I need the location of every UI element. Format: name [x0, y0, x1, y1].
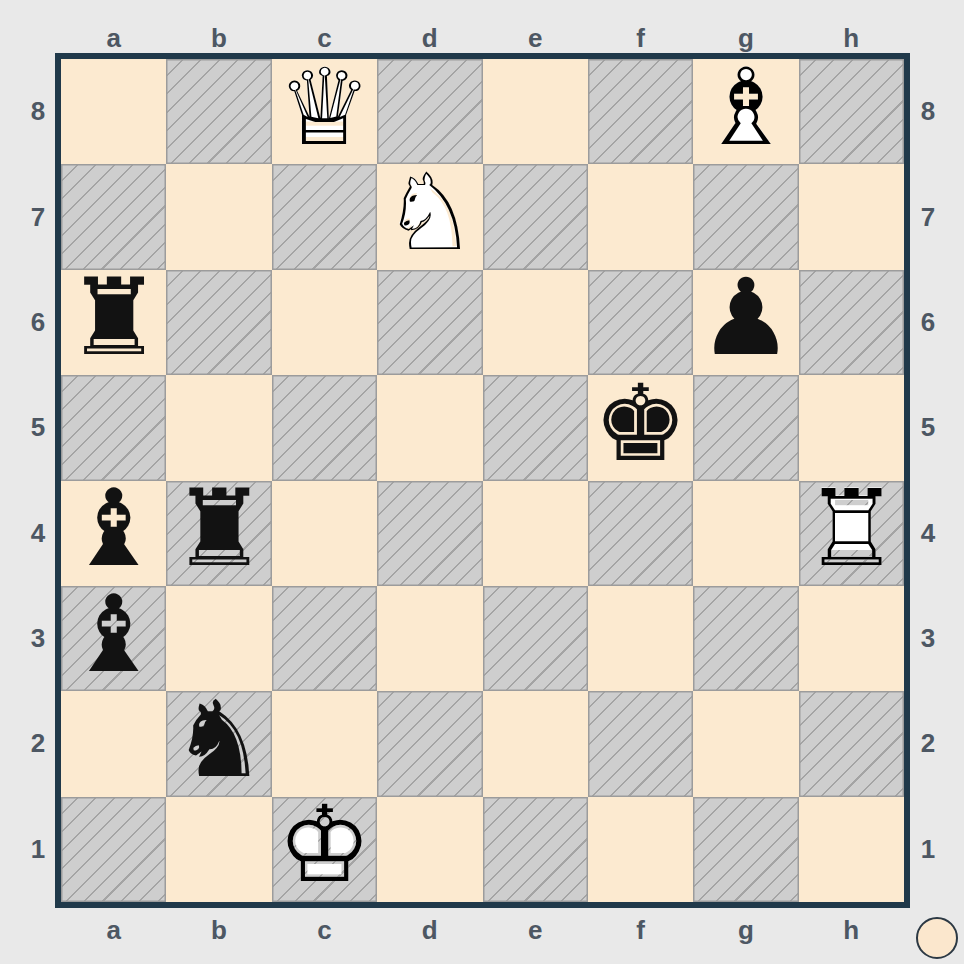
square-g6[interactable]: ♟ [693, 270, 798, 375]
square-f2[interactable] [588, 691, 693, 796]
square-f7[interactable] [588, 164, 693, 269]
square-c2[interactable] [272, 691, 377, 796]
square-g2[interactable] [693, 691, 798, 796]
square-g5[interactable] [693, 375, 798, 480]
square-h4[interactable]: ♜♖ [799, 481, 904, 586]
file-label-top-e: e [483, 21, 588, 55]
square-g8[interactable]: ♝♗ [693, 59, 798, 164]
black-pawn[interactable]: ♟ [693, 270, 798, 375]
white-knight[interactable]: ♞♘ [377, 164, 482, 269]
white-queen-icon: ♕ [277, 54, 372, 160]
white-king[interactable]: ♚♔ [272, 797, 377, 902]
square-c1[interactable]: ♚♔ [272, 797, 377, 902]
square-c4[interactable] [272, 481, 377, 586]
rank-labels-right: 87654321 [910, 59, 946, 902]
black-bishop-icon: ♝ [66, 581, 161, 687]
file-label-top-f: f [588, 21, 693, 55]
square-f1[interactable] [588, 797, 693, 902]
rank-label-right-1: 1 [910, 797, 946, 902]
square-a8[interactable] [61, 59, 166, 164]
square-h3[interactable] [799, 586, 904, 691]
file-label-top-h: h [799, 21, 904, 55]
square-d2[interactable] [377, 691, 482, 796]
square-d5[interactable] [377, 375, 482, 480]
file-label-bottom-e: e [483, 913, 588, 947]
rank-label-left-4: 4 [20, 481, 56, 586]
black-bishop[interactable]: ♝ [61, 586, 166, 691]
square-h1[interactable] [799, 797, 904, 902]
rank-label-right-4: 4 [910, 481, 946, 586]
chess-diagram: abcdefgh 87654321 ♛♕♝♗♞♘♜♟♚♝♜♜♖♝♞♚♔ 8765… [0, 0, 964, 964]
white-rook-icon: ♖ [804, 476, 899, 582]
black-bishop[interactable]: ♝ [61, 481, 166, 586]
square-c6[interactable] [272, 270, 377, 375]
rank-label-left-3: 3 [20, 586, 56, 691]
black-king-icon: ♚ [593, 371, 688, 477]
square-h8[interactable] [799, 59, 904, 164]
square-d1[interactable] [377, 797, 482, 902]
square-a3[interactable]: ♝ [61, 586, 166, 691]
file-label-bottom-g: g [693, 913, 798, 947]
black-rook-icon: ♜ [172, 476, 267, 582]
square-d7[interactable]: ♞♘ [377, 164, 482, 269]
black-rook[interactable]: ♜ [166, 481, 271, 586]
square-h5[interactable] [799, 375, 904, 480]
rank-label-right-7: 7 [910, 164, 946, 269]
square-f5[interactable]: ♚ [588, 375, 693, 480]
white-bishop[interactable]: ♝♗ [693, 59, 798, 164]
black-bishop-icon: ♝ [66, 476, 161, 582]
square-e6[interactable] [483, 270, 588, 375]
rank-label-right-3: 3 [910, 586, 946, 691]
black-knight[interactable]: ♞ [166, 691, 271, 796]
white-bishop-icon: ♗ [698, 54, 793, 160]
square-g7[interactable] [693, 164, 798, 269]
file-labels-bottom: abcdefgh [61, 913, 904, 947]
black-rook[interactable]: ♜ [61, 270, 166, 375]
square-a5[interactable] [61, 375, 166, 480]
square-c7[interactable] [272, 164, 377, 269]
rank-label-left-1: 1 [20, 797, 56, 902]
square-e1[interactable] [483, 797, 588, 902]
white-king-icon: ♔ [277, 792, 372, 898]
rank-label-right-2: 2 [910, 691, 946, 796]
black-knight-icon: ♞ [172, 687, 267, 793]
square-g4[interactable] [693, 481, 798, 586]
board-frame: ♛♕♝♗♞♘♜♟♚♝♜♜♖♝♞♚♔ [55, 53, 910, 908]
file-label-top-a: a [61, 21, 166, 55]
rank-label-left-6: 6 [20, 270, 56, 375]
black-king[interactable]: ♚ [588, 375, 693, 480]
square-c5[interactable] [272, 375, 377, 480]
square-e4[interactable] [483, 481, 588, 586]
white-knight-icon: ♘ [382, 160, 477, 266]
square-f6[interactable] [588, 270, 693, 375]
rank-labels-left: 87654321 [20, 59, 56, 902]
square-d6[interactable] [377, 270, 482, 375]
rank-label-left-2: 2 [20, 691, 56, 796]
chess-board[interactable]: ♛♕♝♗♞♘♜♟♚♝♜♜♖♝♞♚♔ [61, 59, 904, 902]
square-a1[interactable] [61, 797, 166, 902]
square-d3[interactable] [377, 586, 482, 691]
square-f4[interactable] [588, 481, 693, 586]
rank-label-right-5: 5 [910, 375, 946, 480]
square-c3[interactable] [272, 586, 377, 691]
white-rook[interactable]: ♜♖ [799, 481, 904, 586]
black-rook-icon: ♜ [66, 265, 161, 371]
square-b4[interactable]: ♜ [166, 481, 271, 586]
file-label-bottom-f: f [588, 913, 693, 947]
file-label-top-d: d [377, 21, 482, 55]
square-g3[interactable] [693, 586, 798, 691]
square-e7[interactable] [483, 164, 588, 269]
file-label-bottom-b: b [166, 913, 271, 947]
file-label-bottom-a: a [61, 913, 166, 947]
square-b2[interactable]: ♞ [166, 691, 271, 796]
file-label-top-b: b [166, 21, 271, 55]
square-a6[interactable]: ♜ [61, 270, 166, 375]
rank-label-left-5: 5 [20, 375, 56, 480]
white-queen[interactable]: ♛♕ [272, 59, 377, 164]
square-b7[interactable] [166, 164, 271, 269]
rank-label-right-8: 8 [910, 59, 946, 164]
square-c8[interactable]: ♛♕ [272, 59, 377, 164]
file-label-bottom-h: h [799, 913, 904, 947]
square-a7[interactable] [61, 164, 166, 269]
square-h7[interactable] [799, 164, 904, 269]
file-label-bottom-d: d [377, 913, 482, 947]
square-b6[interactable] [166, 270, 271, 375]
square-e8[interactable] [483, 59, 588, 164]
square-e2[interactable] [483, 691, 588, 796]
square-a2[interactable] [61, 691, 166, 796]
square-f3[interactable] [588, 586, 693, 691]
rank-label-left-8: 8 [20, 59, 56, 164]
square-b1[interactable] [166, 797, 271, 902]
white-to-move-indicator [916, 917, 958, 959]
square-b5[interactable] [166, 375, 271, 480]
square-f8[interactable] [588, 59, 693, 164]
square-b3[interactable] [166, 586, 271, 691]
square-e5[interactable] [483, 375, 588, 480]
square-b8[interactable] [166, 59, 271, 164]
square-h2[interactable] [799, 691, 904, 796]
square-d4[interactable] [377, 481, 482, 586]
square-a4[interactable]: ♝ [61, 481, 166, 586]
square-d8[interactable] [377, 59, 482, 164]
file-label-bottom-c: c [272, 913, 377, 947]
rank-label-left-7: 7 [20, 164, 56, 269]
rank-label-right-6: 6 [910, 270, 946, 375]
square-g1[interactable] [693, 797, 798, 902]
black-pawn-icon: ♟ [698, 265, 793, 371]
square-e3[interactable] [483, 586, 588, 691]
square-h6[interactable] [799, 270, 904, 375]
